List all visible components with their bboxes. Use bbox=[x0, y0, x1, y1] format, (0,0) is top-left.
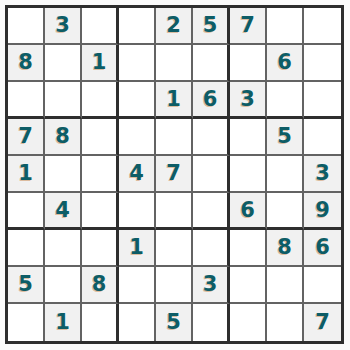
cell-r1c7[interactable]: 7 bbox=[230, 8, 267, 45]
cell-r8c4[interactable] bbox=[119, 267, 156, 304]
cell-r3c5[interactable]: 1 bbox=[156, 82, 193, 119]
cell-r3c6[interactable]: 6 bbox=[193, 82, 230, 119]
cell-r4c8[interactable]: 5 bbox=[267, 119, 304, 156]
cell-r1c9[interactable] bbox=[304, 8, 341, 45]
cell-r7c4[interactable]: 1 bbox=[119, 230, 156, 267]
cell-r3c3[interactable] bbox=[82, 82, 119, 119]
cell-r1c5[interactable]: 2 bbox=[156, 8, 193, 45]
cell-r4c1[interactable]: 7 bbox=[8, 119, 45, 156]
cell-r2c6[interactable] bbox=[193, 45, 230, 82]
cell-r2c2[interactable] bbox=[45, 45, 82, 82]
cell-r3c9[interactable] bbox=[304, 82, 341, 119]
cell-r6c6[interactable] bbox=[193, 193, 230, 230]
cell-r8c2[interactable] bbox=[45, 267, 82, 304]
cell-r3c8[interactable] bbox=[267, 82, 304, 119]
cell-r4c4[interactable] bbox=[119, 119, 156, 156]
cell-r3c4[interactable] bbox=[119, 82, 156, 119]
cell-r9c4[interactable] bbox=[119, 304, 156, 341]
cell-r5c7[interactable] bbox=[230, 156, 267, 193]
cell-r7c7[interactable] bbox=[230, 230, 267, 267]
cell-r8c1[interactable]: 5 bbox=[8, 267, 45, 304]
cell-r1c8[interactable] bbox=[267, 8, 304, 45]
cell-r4c2[interactable]: 8 bbox=[45, 119, 82, 156]
cell-r4c7[interactable] bbox=[230, 119, 267, 156]
cell-r7c8[interactable]: 8 bbox=[267, 230, 304, 267]
cell-r6c9[interactable]: 9 bbox=[304, 193, 341, 230]
cell-r2c7[interactable] bbox=[230, 45, 267, 82]
cell-r5c1[interactable]: 1 bbox=[8, 156, 45, 193]
cell-r2c9[interactable] bbox=[304, 45, 341, 82]
cell-r6c3[interactable] bbox=[82, 193, 119, 230]
cell-r5c2[interactable] bbox=[45, 156, 82, 193]
cell-r2c3[interactable]: 1 bbox=[82, 45, 119, 82]
cell-r7c9[interactable]: 6 bbox=[304, 230, 341, 267]
cell-r8c5[interactable] bbox=[156, 267, 193, 304]
cell-r7c2[interactable] bbox=[45, 230, 82, 267]
cell-r6c2[interactable]: 4 bbox=[45, 193, 82, 230]
cell-r4c9[interactable] bbox=[304, 119, 341, 156]
cell-r9c1[interactable] bbox=[8, 304, 45, 341]
cell-r6c8[interactable] bbox=[267, 193, 304, 230]
cell-r8c8[interactable] bbox=[267, 267, 304, 304]
cell-r4c3[interactable] bbox=[82, 119, 119, 156]
cell-r8c6[interactable]: 3 bbox=[193, 267, 230, 304]
sudoku-board: 32578161637851473469186583157 bbox=[5, 5, 344, 344]
cell-r6c7[interactable]: 6 bbox=[230, 193, 267, 230]
cell-r8c9[interactable] bbox=[304, 267, 341, 304]
cell-r2c4[interactable] bbox=[119, 45, 156, 82]
cell-r1c4[interactable] bbox=[119, 8, 156, 45]
cell-r1c2[interactable]: 3 bbox=[45, 8, 82, 45]
cell-r2c5[interactable] bbox=[156, 45, 193, 82]
cell-r3c1[interactable] bbox=[8, 82, 45, 119]
cell-r1c1[interactable] bbox=[8, 8, 45, 45]
sudoku-board-container: 32578161637851473469186583157 bbox=[5, 5, 344, 344]
cell-r4c6[interactable] bbox=[193, 119, 230, 156]
cell-r7c6[interactable] bbox=[193, 230, 230, 267]
cell-r5c9[interactable]: 3 bbox=[304, 156, 341, 193]
cell-r9c3[interactable] bbox=[82, 304, 119, 341]
cell-r5c8[interactable] bbox=[267, 156, 304, 193]
cell-r6c4[interactable] bbox=[119, 193, 156, 230]
cell-r7c1[interactable] bbox=[8, 230, 45, 267]
cell-r5c3[interactable] bbox=[82, 156, 119, 193]
cell-r2c8[interactable]: 6 bbox=[267, 45, 304, 82]
cell-r3c7[interactable]: 3 bbox=[230, 82, 267, 119]
cell-r6c1[interactable] bbox=[8, 193, 45, 230]
cell-r7c5[interactable] bbox=[156, 230, 193, 267]
cell-r2c1[interactable]: 8 bbox=[8, 45, 45, 82]
cell-r9c5[interactable]: 5 bbox=[156, 304, 193, 341]
cell-r8c7[interactable] bbox=[230, 267, 267, 304]
cell-r4c5[interactable] bbox=[156, 119, 193, 156]
cell-r1c6[interactable]: 5 bbox=[193, 8, 230, 45]
cell-r1c3[interactable] bbox=[82, 8, 119, 45]
cell-r6c5[interactable] bbox=[156, 193, 193, 230]
cell-r9c2[interactable]: 1 bbox=[45, 304, 82, 341]
cell-r5c6[interactable] bbox=[193, 156, 230, 193]
cell-r9c6[interactable] bbox=[193, 304, 230, 341]
cell-r7c3[interactable] bbox=[82, 230, 119, 267]
cell-r5c5[interactable]: 7 bbox=[156, 156, 193, 193]
cell-r5c4[interactable]: 4 bbox=[119, 156, 156, 193]
cell-r3c2[interactable] bbox=[45, 82, 82, 119]
cell-r9c7[interactable] bbox=[230, 304, 267, 341]
cell-r8c3[interactable]: 8 bbox=[82, 267, 119, 304]
cell-r9c8[interactable] bbox=[267, 304, 304, 341]
cell-r9c9[interactable]: 7 bbox=[304, 304, 341, 341]
